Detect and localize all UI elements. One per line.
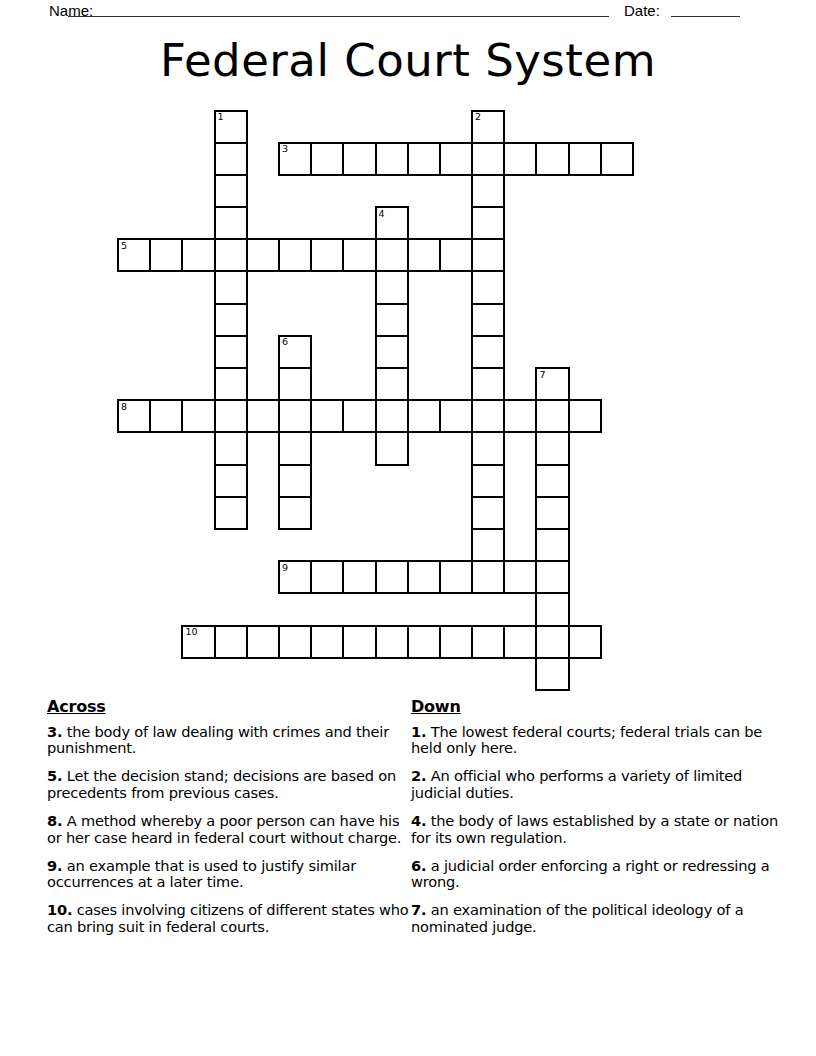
crossword-grid: 12345678910 — [118, 111, 633, 690]
grid-cell-r14c5[interactable]: 9 — [278, 560, 312, 594]
grid-cell-r16c14[interactable] — [568, 625, 602, 659]
clue-6: 6. a judicial order enforcing a right or… — [411, 858, 783, 891]
clue-4-text: the body of laws established by a state … — [411, 812, 778, 846]
grid-cell-r14c6[interactable] — [310, 560, 344, 594]
grid-cell-r8c13[interactable]: 7 — [535, 367, 569, 401]
grid-cell-r9c10[interactable] — [439, 399, 473, 433]
grid-cell-r16c9[interactable] — [407, 625, 441, 659]
clue-number-5: 5 — [121, 241, 127, 251]
clue-number-10: 10 — [185, 627, 197, 637]
grid-cell-r6c8[interactable] — [375, 303, 409, 337]
grid-cell-r1c9[interactable] — [407, 142, 441, 176]
grid-cell-r8c8[interactable] — [375, 367, 409, 401]
grid-cell-r4c11[interactable] — [471, 238, 505, 272]
grid-cell-r17c13[interactable] — [535, 657, 569, 691]
clue-4-number: 4. — [411, 812, 426, 829]
grid-cell-r14c13[interactable] — [535, 560, 569, 594]
clue-10: 10. cases involving citizens of differen… — [47, 902, 409, 935]
grid-cell-r12c11[interactable] — [471, 496, 505, 530]
grid-cell-r4c1[interactable] — [149, 238, 183, 272]
grid-cell-r9c11[interactable] — [471, 399, 505, 433]
date-label: Date: — [624, 2, 660, 19]
clue-6-text: a judicial order enforcing a right or re… — [411, 857, 769, 891]
grid-cell-r14c12[interactable] — [503, 560, 537, 594]
grid-cell-r12c3[interactable] — [214, 496, 248, 530]
grid-cell-r12c5[interactable] — [278, 496, 312, 530]
across-clue-list: 3. the body of law dealing with crimes a… — [47, 724, 409, 936]
grid-cell-r16c11[interactable] — [471, 625, 505, 659]
grid-cell-r14c8[interactable] — [375, 560, 409, 594]
grid-cell-r4c0[interactable]: 5 — [117, 238, 151, 272]
grid-cell-r9c14[interactable] — [568, 399, 602, 433]
grid-cell-r16c12[interactable] — [503, 625, 537, 659]
clue-3-number: 3. — [47, 723, 62, 740]
down-heading: Down — [411, 699, 783, 716]
grid-cell-r13c11[interactable] — [471, 528, 505, 562]
grid-cell-r8c5[interactable] — [278, 367, 312, 401]
clue-4: 4. the body of laws established by a sta… — [411, 813, 783, 846]
grid-cell-r9c0[interactable]: 8 — [117, 399, 151, 433]
grid-cell-r10c8[interactable] — [375, 431, 409, 465]
grid-cell-r9c13[interactable] — [535, 399, 569, 433]
grid-cell-r8c11[interactable] — [471, 367, 505, 401]
clue-7-text: an examination of the political ideology… — [411, 901, 743, 935]
grid-cell-r5c11[interactable] — [471, 270, 505, 304]
grid-cell-r1c12[interactable] — [503, 142, 537, 176]
grid-cell-r16c2[interactable]: 10 — [181, 625, 215, 659]
grid-cell-r11c5[interactable] — [278, 464, 312, 498]
clue-5-text: Let the decision stand; decisions are ba… — [47, 767, 396, 801]
clue-1-number: 1. — [411, 723, 426, 740]
name-input-line[interactable] — [68, 2, 609, 17]
grid-cell-r9c4[interactable] — [246, 399, 280, 433]
grid-cell-r5c3[interactable] — [214, 270, 248, 304]
clue-8: 8. A method whereby a poor person can ha… — [47, 813, 409, 846]
grid-cell-r9c12[interactable] — [503, 399, 537, 433]
grid-cell-r7c11[interactable] — [471, 335, 505, 369]
down-clue-list: 1. The lowest federal courts; federal tr… — [411, 724, 783, 936]
clue-6-number: 6. — [411, 857, 426, 874]
grid-cell-r6c11[interactable] — [471, 303, 505, 337]
grid-cell-r9c5[interactable] — [278, 399, 312, 433]
across-section: Across 3. the body of law dealing with c… — [47, 699, 409, 947]
clue-5: 5. Let the decision stand; decisions are… — [47, 768, 409, 801]
grid-cell-r16c5[interactable] — [278, 625, 312, 659]
grid-cell-r4c9[interactable] — [407, 238, 441, 272]
grid-cell-r7c8[interactable] — [375, 335, 409, 369]
grid-cell-r16c13[interactable] — [535, 625, 569, 659]
grid-cell-r10c3[interactable] — [214, 431, 248, 465]
grid-cell-r16c8[interactable] — [375, 625, 409, 659]
grid-cell-r9c6[interactable] — [310, 399, 344, 433]
grid-cell-r1c8[interactable] — [375, 142, 409, 176]
grid-cell-r9c2[interactable] — [181, 399, 215, 433]
grid-cell-r3c11[interactable] — [471, 206, 505, 240]
grid-cell-r1c5[interactable]: 3 — [278, 142, 312, 176]
grid-cell-r2c3[interactable] — [214, 174, 248, 208]
grid-cell-r16c7[interactable] — [342, 625, 376, 659]
grid-cell-r10c11[interactable] — [471, 431, 505, 465]
grid-cell-r9c8[interactable] — [375, 399, 409, 433]
clue-number-3: 3 — [282, 144, 288, 154]
grid-cell-r1c7[interactable] — [342, 142, 376, 176]
grid-cell-r0c11[interactable]: 2 — [471, 110, 505, 144]
grid-cell-r4c2[interactable] — [181, 238, 215, 272]
grid-cell-r4c3[interactable] — [214, 238, 248, 272]
clue-number-6: 6 — [282, 337, 288, 347]
grid-cell-r2c11[interactable] — [471, 174, 505, 208]
grid-cell-r4c4[interactable] — [246, 238, 280, 272]
grid-cell-r10c13[interactable] — [535, 431, 569, 465]
clue-number-1: 1 — [218, 112, 224, 122]
grid-cell-r14c7[interactable] — [342, 560, 376, 594]
clue-number-4: 4 — [379, 209, 385, 219]
grid-cell-r8c3[interactable] — [214, 367, 248, 401]
clue-2-number: 2. — [411, 767, 426, 784]
clue-8-text: A method whereby a poor person can have … — [47, 812, 401, 846]
clue-5-number: 5. — [47, 767, 62, 784]
grid-cell-r6c3[interactable] — [214, 303, 248, 337]
clue-3: 3. the body of law dealing with crimes a… — [47, 724, 409, 757]
grid-cell-r5c8[interactable] — [375, 270, 409, 304]
clue-10-text: cases involving citizens of different st… — [47, 901, 409, 935]
grid-cell-r7c3[interactable] — [214, 335, 248, 369]
grid-cell-r15c13[interactable] — [535, 592, 569, 626]
grid-cell-r1c15[interactable] — [600, 142, 634, 176]
clue-2-text: An official who performs a variety of li… — [411, 767, 742, 801]
grid-cell-r4c6[interactable] — [310, 238, 344, 272]
grid-cell-r1c14[interactable] — [568, 142, 602, 176]
grid-cell-r9c7[interactable] — [342, 399, 376, 433]
across-heading: Across — [47, 699, 409, 716]
grid-cell-r4c8[interactable] — [375, 238, 409, 272]
down-section: Down 1. The lowest federal courts; feder… — [411, 699, 783, 947]
grid-cell-r16c3[interactable] — [214, 625, 248, 659]
clue-7-number: 7. — [411, 901, 426, 918]
clue-number-9: 9 — [282, 563, 288, 573]
clue-8-number: 8. — [47, 812, 62, 829]
grid-cell-r4c10[interactable] — [439, 238, 473, 272]
clue-1-text: The lowest federal courts; federal trial… — [411, 723, 762, 757]
grid-cell-r9c9[interactable] — [407, 399, 441, 433]
grid-cell-r7c5[interactable]: 6 — [278, 335, 312, 369]
grid-cell-r9c3[interactable] — [214, 399, 248, 433]
grid-cell-r1c13[interactable] — [535, 142, 569, 176]
grid-cell-r16c10[interactable] — [439, 625, 473, 659]
clue-2: 2. An official who performs a variety of… — [411, 768, 783, 801]
clue-number-2: 2 — [475, 112, 481, 122]
grid-cell-r1c6[interactable] — [310, 142, 344, 176]
grid-cell-r4c7[interactable] — [342, 238, 376, 272]
clue-9: 9. an example that is used to justify si… — [47, 858, 409, 891]
grid-cell-r9c1[interactable] — [149, 399, 183, 433]
grid-cell-r1c11[interactable] — [471, 142, 505, 176]
grid-cell-r14c9[interactable] — [407, 560, 441, 594]
clue-3-text: the body of law dealing with crimes and … — [47, 723, 389, 757]
clue-9-number: 9. — [47, 857, 62, 874]
grid-cell-r10c5[interactable] — [278, 431, 312, 465]
grid-cell-r3c3[interactable] — [214, 206, 248, 240]
date-input-line[interactable] — [671, 2, 740, 17]
clue-number-8: 8 — [121, 402, 127, 412]
grid-cell-r11c3[interactable] — [214, 464, 248, 498]
grid-cell-r14c10[interactable] — [439, 560, 473, 594]
grid-cell-r11c13[interactable] — [535, 464, 569, 498]
clue-9-text: an example that is used to justify simil… — [47, 857, 356, 891]
clue-1: 1. The lowest federal courts; federal tr… — [411, 724, 783, 757]
clue-number-7: 7 — [539, 370, 545, 380]
grid-cell-r3c8[interactable]: 4 — [375, 206, 409, 240]
grid-cell-r16c6[interactable] — [310, 625, 344, 659]
grid-cell-r14c11[interactable] — [471, 560, 505, 594]
grid-cell-r13c13[interactable] — [535, 528, 569, 562]
grid-cell-r16c4[interactable] — [246, 625, 280, 659]
grid-cell-r0c3[interactable]: 1 — [214, 110, 248, 144]
clue-7: 7. an examination of the political ideol… — [411, 902, 783, 935]
grid-cell-r1c10[interactable] — [439, 142, 473, 176]
grid-cell-r11c11[interactable] — [471, 464, 505, 498]
grid-cell-r1c3[interactable] — [214, 142, 248, 176]
clue-10-number: 10. — [47, 901, 72, 918]
grid-cell-r4c5[interactable] — [278, 238, 312, 272]
grid-cell-r12c13[interactable] — [535, 496, 569, 530]
page-title: Federal Court System — [0, 34, 816, 87]
